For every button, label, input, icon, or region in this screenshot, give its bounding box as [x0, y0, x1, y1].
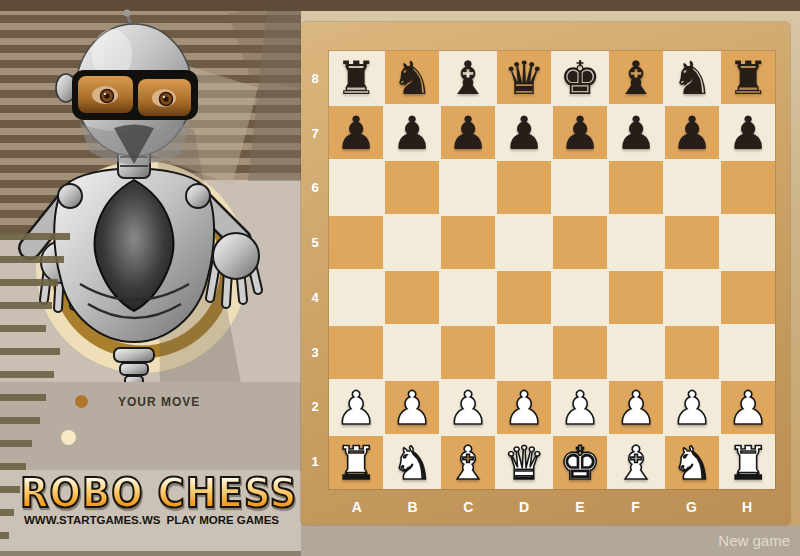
piece-white-knight[interactable]: ♞ [671, 440, 712, 486]
piece-black-pawn[interactable]: ♟ [447, 110, 488, 156]
decor-bar [0, 256, 64, 263]
piece-black-rook[interactable]: ♜ [727, 55, 768, 101]
square-d7[interactable]: ♟ [497, 106, 551, 159]
square-g8[interactable]: ♞ [665, 51, 719, 104]
square-f5[interactable] [609, 216, 663, 269]
file-labels: ABCDEFGH [329, 489, 775, 525]
square-g2[interactable]: ♟ [665, 381, 719, 434]
decor-bar [0, 440, 32, 447]
square-h6[interactable] [721, 161, 775, 214]
rank-label-7: 7 [301, 106, 329, 161]
square-h1[interactable]: ♜ [721, 436, 775, 489]
square-e8[interactable]: ♚ [553, 51, 607, 104]
bottom-bar: New game [301, 525, 800, 556]
robot-mascot [8, 0, 293, 400]
square-e1[interactable]: ♚ [553, 436, 607, 489]
square-e4[interactable] [553, 271, 607, 324]
square-e3[interactable] [553, 326, 607, 379]
square-b7[interactable]: ♟ [385, 106, 439, 159]
play-more-games-link[interactable]: PLAY MORE GAMES [167, 514, 279, 526]
square-d5[interactable] [497, 216, 551, 269]
new-game-button[interactable]: New game [718, 532, 790, 549]
square-a2[interactable]: ♟ [329, 381, 383, 434]
square-g7[interactable]: ♟ [665, 106, 719, 159]
piece-white-pawn[interactable]: ♟ [447, 385, 488, 431]
decor-bar [0, 371, 54, 378]
square-c5[interactable] [441, 216, 495, 269]
piece-white-queen[interactable]: ♛ [503, 440, 544, 486]
square-a4[interactable] [329, 271, 383, 324]
square-f3[interactable] [609, 326, 663, 379]
square-a6[interactable] [329, 161, 383, 214]
piece-white-rook[interactable]: ♜ [727, 440, 768, 486]
piece-black-rook[interactable]: ♜ [335, 55, 376, 101]
square-f1[interactable]: ♝ [609, 436, 663, 489]
piece-black-bishop[interactable]: ♝ [447, 55, 488, 101]
robo-chess-app: YOUR MOVE ROBO CHESS WWW.STARTGAMES.WS P… [0, 0, 800, 556]
decor-bar [0, 463, 26, 470]
square-g1[interactable]: ♞ [665, 436, 719, 489]
decor-bar [0, 233, 70, 240]
square-f6[interactable] [609, 161, 663, 214]
decor-bar [0, 509, 14, 516]
square-d2[interactable]: ♟ [497, 381, 551, 434]
square-g3[interactable] [665, 326, 719, 379]
piece-black-pawn[interactable]: ♟ [503, 110, 544, 156]
square-c2[interactable]: ♟ [441, 381, 495, 434]
square-a7[interactable]: ♟ [329, 106, 383, 159]
rank-label-8: 8 [301, 51, 329, 106]
file-label-g: G [664, 489, 720, 525]
square-e7[interactable]: ♟ [553, 106, 607, 159]
piece-black-pawn[interactable]: ♟ [615, 110, 656, 156]
piece-white-pawn[interactable]: ♟ [335, 385, 376, 431]
piece-black-knight[interactable]: ♞ [671, 55, 712, 101]
piece-black-pawn[interactable]: ♟ [671, 110, 712, 156]
file-label-f: F [608, 489, 664, 525]
square-c7[interactable]: ♟ [441, 106, 495, 159]
piece-black-pawn[interactable]: ♟ [727, 110, 768, 156]
square-c6[interactable] [441, 161, 495, 214]
square-f8[interactable]: ♝ [609, 51, 663, 104]
piece-white-knight[interactable]: ♞ [391, 440, 432, 486]
square-f4[interactable] [609, 271, 663, 324]
piece-white-pawn[interactable]: ♟ [727, 385, 768, 431]
decor-bar [0, 394, 46, 401]
piece-white-pawn[interactable]: ♟ [503, 385, 544, 431]
square-h5[interactable] [721, 216, 775, 269]
player-turn-dot [75, 395, 88, 408]
square-d3[interactable] [497, 326, 551, 379]
square-a8[interactable]: ♜ [329, 51, 383, 104]
square-c8[interactable]: ♝ [441, 51, 495, 104]
piece-white-king[interactable]: ♚ [559, 440, 600, 486]
square-a1[interactable]: ♜ [329, 436, 383, 489]
square-b5[interactable] [385, 216, 439, 269]
piece-black-pawn[interactable]: ♟ [391, 110, 432, 156]
square-e6[interactable] [553, 161, 607, 214]
file-label-a: A [329, 489, 385, 525]
bottom-edge-stripe [0, 551, 301, 556]
rank-label-6: 6 [301, 161, 329, 216]
square-h8[interactable]: ♜ [721, 51, 775, 104]
square-e2[interactable]: ♟ [553, 381, 607, 434]
decor-bar [0, 325, 46, 332]
file-label-c: C [441, 489, 497, 525]
rank-label-4: 4 [301, 270, 329, 325]
rank-label-5: 5 [301, 215, 329, 270]
rank-label-1: 1 [301, 434, 329, 489]
logo-band: ROBO CHESS WWW.STARTGAMES.WS PLAY MORE G… [0, 470, 301, 556]
decor-bar [0, 302, 52, 309]
piece-black-king[interactable]: ♚ [559, 55, 600, 101]
square-b2[interactable]: ♟ [385, 381, 439, 434]
square-b3[interactable] [385, 326, 439, 379]
piece-white-bishop[interactable]: ♝ [615, 440, 656, 486]
piece-white-pawn[interactable]: ♟ [671, 385, 712, 431]
opponent-turn-dot [61, 430, 76, 445]
decor-bar [0, 348, 60, 355]
piece-white-pawn[interactable]: ♟ [559, 385, 600, 431]
square-b8[interactable]: ♞ [385, 51, 439, 104]
square-c3[interactable] [441, 326, 495, 379]
square-g5[interactable] [665, 216, 719, 269]
piece-black-pawn[interactable]: ♟ [335, 110, 376, 156]
square-b1[interactable]: ♞ [385, 436, 439, 489]
piece-white-pawn[interactable]: ♟ [391, 385, 432, 431]
square-h3[interactable] [721, 326, 775, 379]
rank-label-3: 3 [301, 325, 329, 380]
square-d1[interactable]: ♛ [497, 436, 551, 489]
rank-label-2: 2 [301, 380, 329, 435]
status-text: YOUR MOVE [118, 395, 200, 409]
square-b4[interactable] [385, 271, 439, 324]
file-label-b: B [385, 489, 441, 525]
square-h7[interactable]: ♟ [721, 106, 775, 159]
decor-bar [0, 532, 9, 539]
piece-black-queen[interactable]: ♛ [503, 55, 544, 101]
chess-board: 87654321 ♜♞♝♛♚♝♞♜♟♟♟♟♟♟♟♟♟♟♟♟♟♟♟♟♜♞♝♛♚♝♞… [301, 22, 790, 525]
square-f7[interactable]: ♟ [609, 106, 663, 159]
square-a5[interactable] [329, 216, 383, 269]
piece-black-pawn[interactable]: ♟ [559, 110, 600, 156]
decor-bar [0, 486, 20, 493]
square-e5[interactable] [553, 216, 607, 269]
square-g6[interactable] [665, 161, 719, 214]
square-g4[interactable] [665, 271, 719, 324]
piece-black-bishop[interactable]: ♝ [615, 55, 656, 101]
game-logo: ROBO CHESS [20, 470, 300, 516]
square-d8[interactable]: ♛ [497, 51, 551, 104]
board-squares: ♜♞♝♛♚♝♞♜♟♟♟♟♟♟♟♟♟♟♟♟♟♟♟♟♜♞♝♛♚♝♞♜ [329, 51, 775, 489]
file-label-e: E [552, 489, 608, 525]
square-a3[interactable] [329, 326, 383, 379]
square-c1[interactable]: ♝ [441, 436, 495, 489]
file-label-h: H [719, 489, 775, 525]
decor-bar [0, 279, 58, 286]
square-b6[interactable] [385, 161, 439, 214]
square-d4[interactable] [497, 271, 551, 324]
file-label-d: D [496, 489, 552, 525]
site-link[interactable]: WWW.STARTGAMES.WS [24, 514, 161, 526]
piece-white-rook[interactable]: ♜ [335, 440, 376, 486]
piece-white-pawn[interactable]: ♟ [615, 385, 656, 431]
square-d6[interactable] [497, 161, 551, 214]
decor-bar [0, 417, 40, 424]
piece-white-bishop[interactable]: ♝ [447, 440, 488, 486]
rank-labels: 87654321 [301, 51, 329, 489]
square-h4[interactable] [721, 271, 775, 324]
square-f2[interactable]: ♟ [609, 381, 663, 434]
square-h2[interactable]: ♟ [721, 381, 775, 434]
square-c4[interactable] [441, 271, 495, 324]
piece-black-knight[interactable]: ♞ [391, 55, 432, 101]
